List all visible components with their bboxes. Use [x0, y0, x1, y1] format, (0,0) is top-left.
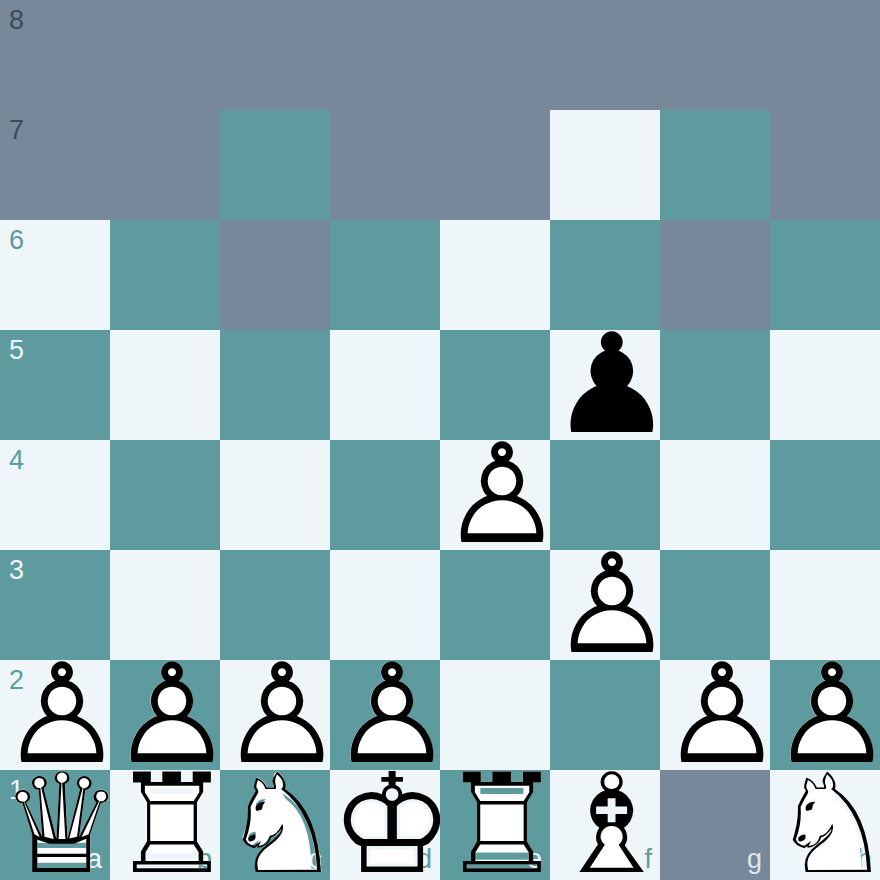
square-b3[interactable]	[110, 550, 220, 660]
piece-outline-layer: ♙	[660, 660, 770, 770]
piece-fill-layer: ♞	[220, 770, 330, 880]
square-h1[interactable]: h♞♘	[770, 770, 880, 880]
square-g3[interactable]	[660, 550, 770, 660]
rank-label-5: 5	[9, 337, 24, 364]
square-g8[interactable]	[660, 0, 770, 110]
square-f7[interactable]	[550, 110, 660, 220]
square-d7[interactable]	[330, 110, 440, 220]
piece-fill-layer: ♟	[770, 660, 880, 770]
square-f8[interactable]	[550, 0, 660, 110]
piece-fill-layer: ♝	[550, 770, 660, 880]
piece-fill-layer: ♚	[330, 770, 440, 880]
square-a7[interactable]: 7	[0, 110, 110, 220]
square-a8[interactable]: 8	[0, 0, 110, 110]
square-d8[interactable]	[330, 0, 440, 110]
piece-outline-layer: ♘	[220, 770, 330, 880]
square-d5[interactable]	[330, 330, 440, 440]
piece-outline-layer: ♙	[440, 440, 550, 550]
piece-fill-layer: ♟	[110, 660, 220, 770]
piece-fill-layer: ♜	[440, 770, 550, 880]
square-e6[interactable]	[440, 220, 550, 330]
square-b6[interactable]	[110, 220, 220, 330]
square-c5[interactable]	[220, 330, 330, 440]
square-a4[interactable]: 4	[0, 440, 110, 550]
piece-fill-layer: ♜	[110, 770, 220, 880]
square-h4[interactable]	[770, 440, 880, 550]
piece-white-pawn-d2[interactable]: ♟♙	[330, 660, 440, 770]
square-h5[interactable]	[770, 330, 880, 440]
square-g7[interactable]	[660, 110, 770, 220]
piece-outline-layer: ♙	[550, 550, 660, 660]
piece-outline-layer: ♔	[330, 770, 440, 880]
square-e1[interactable]: e♜♖	[440, 770, 550, 880]
piece-fill-layer: ♞	[770, 770, 880, 880]
piece-outline-layer: ♙	[770, 660, 880, 770]
square-b5[interactable]	[110, 330, 220, 440]
rank-label-4: 4	[9, 447, 24, 474]
piece-outline-layer: ♙	[0, 660, 110, 770]
square-h2[interactable]: ♟♙	[770, 660, 880, 770]
square-f2[interactable]	[550, 660, 660, 770]
file-label-g: g	[747, 846, 762, 873]
square-a1[interactable]: 1a♛♕	[0, 770, 110, 880]
square-c1[interactable]: c♞♘	[220, 770, 330, 880]
square-a2[interactable]: 2♟♙	[0, 660, 110, 770]
piece-white-pawn-f3[interactable]: ♟♙	[550, 550, 660, 660]
rank-label-7: 7	[9, 117, 24, 144]
square-e7[interactable]	[440, 110, 550, 220]
square-a3[interactable]: 3	[0, 550, 110, 660]
square-e4[interactable]: ♟♙	[440, 440, 550, 550]
square-g1[interactable]: g	[660, 770, 770, 880]
square-f6[interactable]	[550, 220, 660, 330]
square-b4[interactable]	[110, 440, 220, 550]
square-d2[interactable]: ♟♙	[330, 660, 440, 770]
square-g2[interactable]: ♟♙	[660, 660, 770, 770]
rank-label-6: 6	[9, 227, 24, 254]
square-e3[interactable]	[440, 550, 550, 660]
square-d3[interactable]	[330, 550, 440, 660]
piece-white-king-d1[interactable]: ♚♔	[330, 770, 440, 880]
piece-fill-layer: ♟	[660, 660, 770, 770]
piece-white-pawn-b2[interactable]: ♟♙	[110, 660, 220, 770]
square-a5[interactable]: 5	[0, 330, 110, 440]
piece-white-rook-e1[interactable]: ♜♖	[440, 770, 550, 880]
piece-fill-layer: ♟	[330, 660, 440, 770]
square-d1[interactable]: d♚♔	[330, 770, 440, 880]
square-c8[interactable]	[220, 0, 330, 110]
square-g5[interactable]	[660, 330, 770, 440]
square-h8[interactable]	[770, 0, 880, 110]
square-b8[interactable]	[110, 0, 220, 110]
piece-outline-layer: ♖	[110, 770, 220, 880]
square-c2[interactable]: ♟♙	[220, 660, 330, 770]
piece-white-pawn-a2[interactable]: ♟♙	[0, 660, 110, 770]
piece-outline-layer: ♘	[770, 770, 880, 880]
rank-label-3: 3	[9, 557, 24, 584]
piece-fill-layer: ♛	[0, 770, 110, 880]
piece-white-pawn-e4[interactable]: ♟♙	[440, 440, 550, 550]
piece-fill-layer: ♟	[0, 660, 110, 770]
square-f3[interactable]: ♟♙	[550, 550, 660, 660]
square-b2[interactable]: ♟♙	[110, 660, 220, 770]
piece-outline-layer: ♗	[550, 770, 660, 880]
square-f4[interactable]	[550, 440, 660, 550]
piece-outline-layer: ♖	[440, 770, 550, 880]
square-c3[interactable]	[220, 550, 330, 660]
rank-label-8: 8	[9, 7, 24, 34]
square-g6[interactable]	[660, 220, 770, 330]
piece-white-bishop-f1[interactable]: ♝♗	[550, 770, 660, 880]
square-a6[interactable]: 6	[0, 220, 110, 330]
piece-outline-layer: ♙	[110, 660, 220, 770]
square-e2[interactable]	[440, 660, 550, 770]
piece-fill-layer: ♟	[550, 550, 660, 660]
square-h6[interactable]	[770, 220, 880, 330]
square-b1[interactable]: b♜♖	[110, 770, 220, 880]
square-c4[interactable]	[220, 440, 330, 550]
piece-white-rook-b1[interactable]: ♜♖	[110, 770, 220, 880]
piece-fill-layer: ♟	[440, 440, 550, 550]
piece-white-pawn-g2[interactable]: ♟♙	[660, 660, 770, 770]
chess-board: 8765♟4♟♙3♟♙2♟♙♟♙♟♙♟♙♟♙♟♙1a♛♕b♜♖c♞♘d♚♔e♜♖…	[0, 0, 880, 880]
piece-outline-layer: ♙	[220, 660, 330, 770]
piece-fill-layer: ♟	[220, 660, 330, 770]
square-f5[interactable]: ♟	[550, 330, 660, 440]
square-f1[interactable]: f♝♗	[550, 770, 660, 880]
piece-white-knight-h1[interactable]: ♞♘	[770, 770, 880, 880]
square-h3[interactable]	[770, 550, 880, 660]
square-c6[interactable]	[220, 220, 330, 330]
square-g4[interactable]	[660, 440, 770, 550]
piece-white-knight-c1[interactable]: ♞♘	[220, 770, 330, 880]
square-c7[interactable]	[220, 110, 330, 220]
piece-outline-layer: ♕	[0, 770, 110, 880]
square-d4[interactable]	[330, 440, 440, 550]
piece-solid-layer: ♟	[550, 330, 660, 440]
square-e8[interactable]	[440, 0, 550, 110]
piece-white-pawn-c2[interactable]: ♟♙	[220, 660, 330, 770]
piece-outline-layer: ♙	[330, 660, 440, 770]
square-e5[interactable]	[440, 330, 550, 440]
piece-white-queen-a1[interactable]: ♛♕	[0, 770, 110, 880]
square-d6[interactable]	[330, 220, 440, 330]
square-b7[interactable]	[110, 110, 220, 220]
piece-black-pawn-f5[interactable]: ♟	[550, 330, 660, 440]
piece-white-pawn-h2[interactable]: ♟♙	[770, 660, 880, 770]
square-h7[interactable]	[770, 110, 880, 220]
